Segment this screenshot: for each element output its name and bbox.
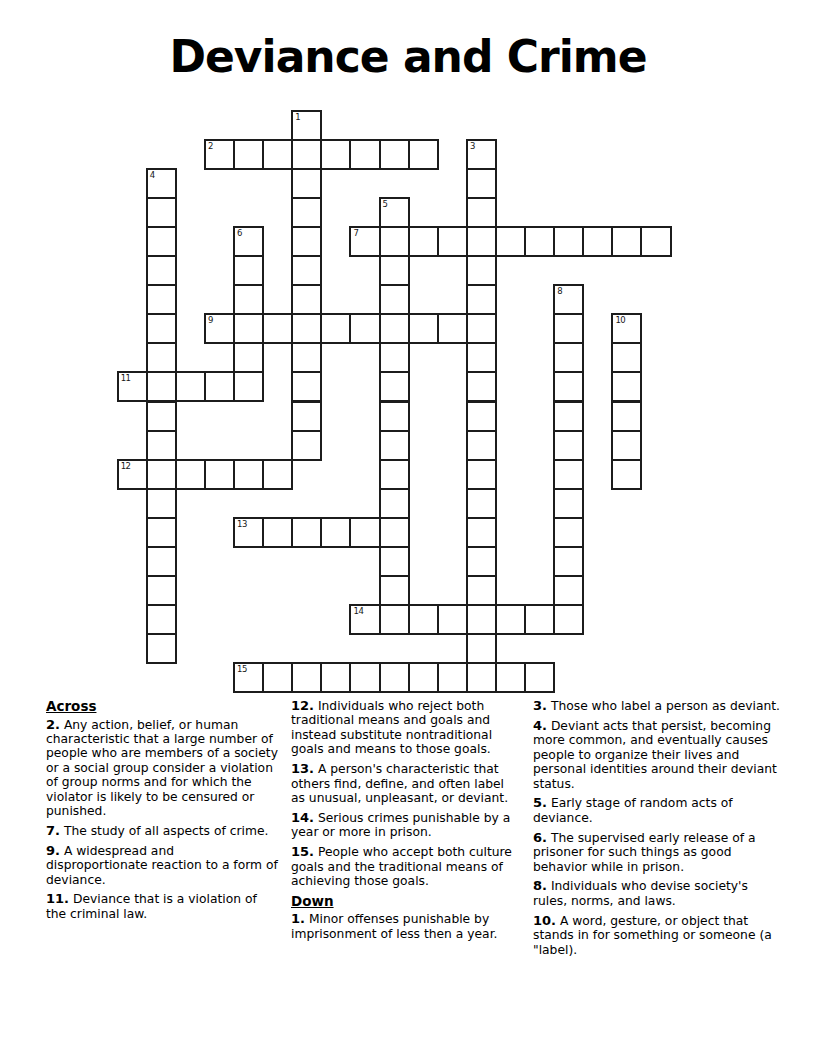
grid-cell-r5-c1[interactable] [146,255,177,286]
grid-cell-r12-c5[interactable] [262,459,293,490]
clue-number-15: 15 [237,665,247,674]
grid-cell-r4-c15[interactable] [553,226,584,257]
grid-cell-r19-c10[interactable] [408,662,439,693]
clue-column-1: Across2. Any action, belief, or human ch… [46,699,291,927]
grid-cell-r11-c9[interactable] [379,430,410,461]
grid-cell-r7-c11[interactable] [437,313,468,344]
grid-cell-r16-c9[interactable] [379,575,410,606]
clue-number-8: 8 [557,287,562,296]
clue-down-5: 5. Early stage of random acts of devianc… [533,796,785,825]
grid-cell-r1-c12[interactable]: 3 [466,139,497,170]
grid-cell-r17-c15[interactable] [553,604,584,635]
clue-number-6: 6 [237,229,242,238]
grid-cell-r12-c15[interactable] [553,459,584,490]
clue-number-label: 9. [46,843,60,858]
page: Deviance and Crime 123456789101112131415… [0,0,816,1056]
clues-across-header: Across [46,699,279,714]
grid-cell-r14-c7[interactable] [320,517,351,548]
grid-cell-r9-c1[interactable] [146,371,177,402]
grid-cell-r19-c7[interactable] [320,662,351,693]
grid-cell-r7-c3[interactable]: 9 [204,313,235,344]
grid-cell-r4-c18[interactable] [640,226,671,257]
grid-cell-r7-c1[interactable] [146,313,177,344]
grid-cell-r11-c15[interactable] [553,430,584,461]
grid-cell-r7-c6[interactable] [291,313,322,344]
grid-cell-r5-c12[interactable] [466,255,497,286]
grid-cell-r7-c12[interactable] [466,313,497,344]
grid-cell-r1-c4[interactable] [233,139,264,170]
clue-column-3: 3. Those who label a person as deviant.4… [533,699,789,963]
grid-cell-r1-c6[interactable] [291,139,322,170]
clue-down-8: 8. Individuals who devise society's rule… [533,879,785,908]
grid-cell-r9-c0[interactable]: 11 [117,371,148,402]
clue-number-label: 2. [46,717,60,732]
grid-cell-r12-c0[interactable]: 12 [117,459,148,490]
grid-cell-r4-c12[interactable] [466,226,497,257]
grid-cell-r4-c8[interactable]: 7 [349,226,380,257]
clue-across-11: 11. Deviance that is a violation of the … [46,892,279,921]
grid-cell-r18-c1[interactable] [146,633,177,664]
grid-cell-r2-c12[interactable] [466,168,497,199]
grid-cell-r18-c12[interactable] [466,633,497,664]
grid-cell-r10-c17[interactable] [611,401,642,432]
grid-cell-r10-c6[interactable] [291,401,322,432]
grid-cell-r17-c11[interactable] [437,604,468,635]
clue-number-label: 14. [291,810,314,825]
clue-number-label: 13. [291,761,314,776]
clue-number-label: 11. [46,891,69,906]
clue-across-7: 7. The study of all aspects of crime. [46,824,279,838]
grid-cell-r0-c6[interactable]: 1 [291,110,322,141]
clue-number-label: 1. [291,911,305,926]
grid-cell-r15-c15[interactable] [553,546,584,577]
clue-across-2: 2. Any action, belief, or human characte… [46,718,279,819]
clue-number-10: 10 [615,316,625,325]
grid-cell-r3-c6[interactable] [291,197,322,228]
grid-cell-r3-c12[interactable] [466,197,497,228]
grid-cell-r14-c9[interactable] [379,517,410,548]
clue-number-11: 11 [121,374,131,383]
grid-cell-r1-c5[interactable] [262,139,293,170]
grid-cell-r7-c4[interactable] [233,313,264,344]
grid-cell-r19-c8[interactable] [349,662,380,693]
grid-cell-r19-c14[interactable] [524,662,555,693]
grid-cell-r17-c8[interactable]: 14 [349,604,380,635]
clue-number-label: 8. [533,878,547,893]
grid-cell-r4-c14[interactable] [524,226,555,257]
clue-number-7: 7 [353,229,358,238]
grid-cell-r6-c12[interactable] [466,284,497,315]
grid-cell-r4-c13[interactable] [495,226,526,257]
grid-cell-r14-c4[interactable]: 13 [233,517,264,548]
grid-cell-r7-c17[interactable]: 10 [611,313,642,344]
clue-across-12: 12. Individuals who reject both traditio… [291,699,521,757]
clue-number-2: 2 [208,142,213,151]
grid-cell-r3-c9[interactable]: 5 [379,197,410,228]
grid-cell-r19-c13[interactable] [495,662,526,693]
grid-cell-r7-c10[interactable] [408,313,439,344]
grid-cell-r8-c1[interactable] [146,342,177,373]
grid-cell-r19-c4[interactable]: 15 [233,662,264,693]
clue-number-4: 4 [150,171,155,180]
clue-number-12: 12 [121,462,131,471]
grid-cell-r4-c1[interactable] [146,226,177,257]
grid-cell-r17-c14[interactable] [524,604,555,635]
grid-cell-r17-c12[interactable] [466,604,497,635]
grid-cell-r6-c1[interactable] [146,284,177,315]
grid-cell-r9-c4[interactable] [233,371,264,402]
grid-cell-r9-c17[interactable] [611,371,642,402]
clue-number-label: 4. [533,718,547,733]
clue-number-label: 7. [46,823,60,838]
grid-cell-r4-c9[interactable] [379,226,410,257]
clue-number-3: 3 [470,142,475,151]
grid-cell-r12-c9[interactable] [379,459,410,490]
clues-down-header: Down [291,894,521,909]
clue-column-2: 12. Individuals who reject both traditio… [291,699,533,947]
grid-cell-r12-c17[interactable] [611,459,642,490]
grid-cell-r4-c11[interactable] [437,226,468,257]
clue-down-10: 10. A word, gesture, or object that stan… [533,914,785,957]
grid-cell-r9-c6[interactable] [291,371,322,402]
grid-cell-r7-c15[interactable] [553,313,584,344]
grid-cell-r8-c12[interactable] [466,342,497,373]
grid-cell-r8-c17[interactable] [611,342,642,373]
grid-cell-r5-c6[interactable] [291,255,322,286]
grid-cell-r15-c1[interactable] [146,546,177,577]
grid-cell-r1-c7[interactable] [320,139,351,170]
grid-cell-r4-c17[interactable] [611,226,642,257]
grid-cell-r10-c12[interactable] [466,401,497,432]
grid-cell-r15-c12[interactable] [466,546,497,577]
clue-down-6: 6. The supervised early release of a pri… [533,831,785,874]
grid-cell-r2-c1[interactable]: 4 [146,168,177,199]
clue-number-5: 5 [383,200,388,209]
grid-cell-r11-c17[interactable] [611,430,642,461]
grid-cell-r13-c12[interactable] [466,488,497,519]
clue-number-label: 10. [533,913,556,928]
clue-number-1: 1 [295,113,300,122]
clue-number-9: 9 [208,316,213,325]
grid-cell-r5-c9[interactable] [379,255,410,286]
grid-cell-r8-c9[interactable] [379,342,410,373]
clue-number-label: 3. [533,698,547,713]
page-title: Deviance and Crime [0,31,816,82]
grid-cell-r9-c9[interactable] [379,371,410,402]
clue-across-15: 15. People who accept both culture goals… [291,845,521,888]
grid-cell-r1-c10[interactable] [408,139,439,170]
clue-number-13: 13 [237,520,247,529]
grid-cell-r5-c4[interactable] [233,255,264,286]
grid-cell-r16-c15[interactable] [553,575,584,606]
grid-cell-r16-c1[interactable] [146,575,177,606]
grid-cell-r14-c8[interactable] [349,517,380,548]
grid-cell-r12-c2[interactable] [175,459,206,490]
clue-across-13: 13. A person's characteristic that other… [291,762,521,805]
clue-down-1: 1. Minor offenses punishable by imprison… [291,912,521,941]
grid-cell-r11-c6[interactable] [291,430,322,461]
grid-cell-r6-c6[interactable] [291,284,322,315]
grid-cell-r19-c12[interactable] [466,662,497,693]
grid-cell-r15-c9[interactable] [379,546,410,577]
grid-cell-r8-c4[interactable] [233,342,264,373]
grid-cell-r10-c1[interactable] [146,401,177,432]
grid-cell-r19-c11[interactable] [437,662,468,693]
grid-cell-r19-c9[interactable] [379,662,410,693]
clues-section: Across2. Any action, belief, or human ch… [46,699,794,963]
grid-cell-r12-c12[interactable] [466,459,497,490]
grid-cell-r10-c9[interactable] [379,401,410,432]
grid-cell-r1-c9[interactable] [379,139,410,170]
grid-cell-r3-c1[interactable] [146,197,177,228]
grid-cell-r6-c4[interactable] [233,284,264,315]
clue-down-3: 3. Those who label a person as deviant. [533,699,785,713]
clue-across-9: 9. A widespread and disproportionate rea… [46,844,279,887]
clue-number-label: 12. [291,698,314,713]
grid-cell-r4-c10[interactable] [408,226,439,257]
grid-cell-r7-c9[interactable] [379,313,410,344]
grid-cell-r17-c13[interactable] [495,604,526,635]
grid-cell-r9-c2[interactable] [175,371,206,402]
grid-cell-r4-c16[interactable] [582,226,613,257]
grid-cell-r7-c5[interactable] [262,313,293,344]
clue-number-label: 6. [533,830,547,845]
grid-cell-r17-c9[interactable] [379,604,410,635]
grid-cell-r17-c10[interactable] [408,604,439,635]
grid-cell-r6-c15[interactable]: 8 [553,284,584,315]
grid-cell-r9-c3[interactable] [204,371,235,402]
grid-cell-r14-c15[interactable] [553,517,584,548]
grid-cell-r4-c6[interactable] [291,226,322,257]
grid-cell-r12-c4[interactable] [233,459,264,490]
clue-across-14: 14. Serious crimes punishable by a year … [291,811,521,840]
grid-cell-r19-c6[interactable] [291,662,322,693]
grid-cell-r16-c12[interactable] [466,575,497,606]
grid-cell-r2-c6[interactable] [291,168,322,199]
grid-cell-r9-c15[interactable] [553,371,584,402]
grid-cell-r12-c3[interactable] [204,459,235,490]
grid-cell-r1-c8[interactable] [349,139,380,170]
grid-cell-r14-c12[interactable] [466,517,497,548]
clue-number-14: 14 [353,607,363,616]
grid-cell-r13-c15[interactable] [553,488,584,519]
grid-cell-r6-c9[interactable] [379,284,410,315]
clue-number-label: 5. [533,795,547,810]
grid-cell-r13-c9[interactable] [379,488,410,519]
grid-cell-r10-c15[interactable] [553,401,584,432]
grid-cell-r9-c12[interactable] [466,371,497,402]
grid-cell-r17-c1[interactable] [146,604,177,635]
grid-cell-r14-c1[interactable] [146,517,177,548]
grid-cell-r11-c1[interactable] [146,430,177,461]
grid-cell-r8-c15[interactable] [553,342,584,373]
clue-number-label: 15. [291,844,314,859]
grid-cell-r19-c5[interactable] [262,662,293,693]
grid-cell-r14-c6[interactable] [291,517,322,548]
grid-cell-r12-c1[interactable] [146,459,177,490]
grid-cell-r13-c1[interactable] [146,488,177,519]
clue-down-4: 4. Deviant acts that persist, becoming m… [533,719,785,791]
grid-cell-r14-c5[interactable] [262,517,293,548]
grid-cell-r4-c4[interactable]: 6 [233,226,264,257]
grid-cell-r11-c12[interactable] [466,430,497,461]
grid-cell-r8-c6[interactable] [291,342,322,373]
grid-cell-r1-c3[interactable]: 2 [204,139,235,170]
grid-cell-r7-c7[interactable] [320,313,351,344]
grid-cell-r7-c8[interactable] [349,313,380,344]
